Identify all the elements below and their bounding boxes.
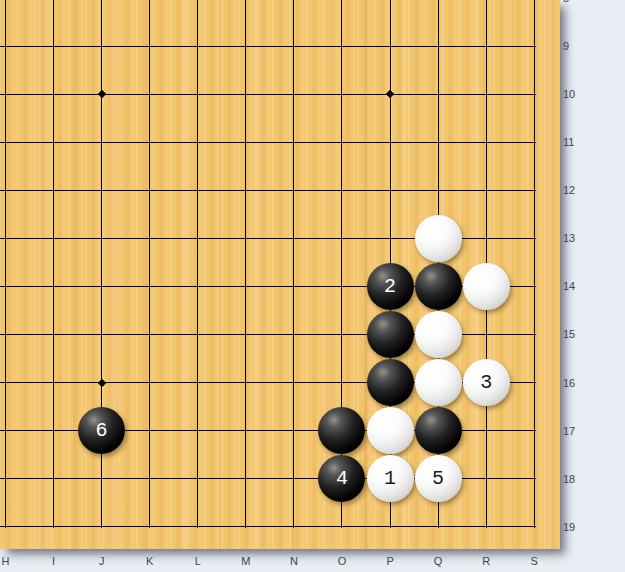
grid-line-vertical (5, 0, 6, 528)
column-label: N (282, 554, 306, 568)
stone-black[interactable]: 4 (318, 455, 365, 502)
row-label: 8 (563, 0, 569, 5)
row-label: 15 (563, 327, 575, 341)
column-label: L (186, 554, 210, 568)
stone-black[interactable] (318, 407, 365, 454)
stone-black[interactable] (367, 311, 414, 358)
column-label: P (378, 554, 402, 568)
row-label: 16 (563, 376, 575, 390)
grid-line-horizontal (0, 94, 536, 95)
stone-white[interactable] (415, 311, 462, 358)
go-app-window: 236415 8910111213141516171819 HIJKLMNOPQ… (0, 0, 625, 572)
row-label: 13 (563, 231, 575, 245)
row-label: 18 (563, 472, 575, 486)
move-number-label: 1 (384, 467, 396, 490)
column-label: Q (426, 554, 450, 568)
column-label: K (138, 554, 162, 568)
grid-line-vertical (197, 0, 198, 528)
star-point (386, 90, 394, 98)
stone-white[interactable] (415, 215, 462, 262)
move-number-label: 6 (96, 419, 108, 442)
row-label: 14 (563, 279, 575, 293)
move-number-label: 5 (432, 467, 444, 490)
grid-line-vertical (534, 0, 535, 528)
column-label: S (522, 554, 546, 568)
stone-white[interactable]: 3 (463, 359, 510, 406)
row-label: 10 (563, 87, 575, 101)
grid-line-horizontal (0, 526, 536, 527)
stone-black[interactable] (367, 359, 414, 406)
column-label: J (90, 554, 114, 568)
star-point (97, 90, 105, 98)
grid-line-vertical (293, 0, 294, 528)
column-label: R (474, 554, 498, 568)
star-point (97, 378, 105, 386)
stone-black[interactable] (415, 263, 462, 310)
column-label: M (234, 554, 258, 568)
stone-black[interactable]: 2 (367, 263, 414, 310)
row-label: 12 (563, 183, 575, 197)
stone-white[interactable] (463, 263, 510, 310)
stone-white[interactable]: 1 (367, 455, 414, 502)
grid-line-horizontal (0, 190, 536, 191)
stone-black[interactable]: 6 (78, 407, 125, 454)
row-label: 19 (563, 520, 575, 534)
stone-white[interactable] (367, 407, 414, 454)
stone-black[interactable] (415, 407, 462, 454)
column-label: I (42, 554, 66, 568)
row-label: 11 (563, 135, 574, 149)
stone-white[interactable] (415, 359, 462, 406)
column-label: O (330, 554, 354, 568)
stone-white[interactable]: 5 (415, 455, 462, 502)
grid-line-horizontal (0, 46, 536, 47)
row-label: 17 (563, 424, 575, 438)
column-label: H (0, 554, 18, 568)
grid-line-vertical (53, 0, 54, 528)
move-number-label: 2 (384, 275, 396, 298)
move-number-label: 3 (480, 371, 492, 394)
grid-line-vertical (245, 0, 246, 528)
go-board[interactable]: 236415 (0, 0, 560, 549)
grid-line-horizontal (0, 142, 536, 143)
grid-line-vertical (149, 0, 150, 528)
row-label: 9 (563, 39, 569, 53)
move-number-label: 4 (336, 467, 348, 490)
